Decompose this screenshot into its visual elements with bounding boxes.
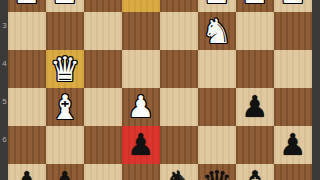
right-edge-strip	[312, 0, 320, 180]
square-d3[interactable]	[160, 12, 198, 50]
white-pawn-piece[interactable]: ♟	[236, 0, 274, 12]
square-b4[interactable]	[236, 50, 274, 88]
square-c3[interactable]: ♞	[198, 12, 236, 50]
rank-label-4: 4	[1, 59, 8, 68]
square-c7[interactable]: ♛	[198, 164, 236, 180]
square-a3[interactable]	[274, 12, 312, 50]
square-f7[interactable]	[84, 164, 122, 180]
square-c5[interactable]	[198, 88, 236, 126]
square-h6[interactable]	[8, 126, 46, 164]
square-e7[interactable]	[122, 164, 160, 180]
square-d6[interactable]	[160, 126, 198, 164]
square-h2[interactable]: ♟	[8, 0, 46, 12]
square-f2[interactable]	[84, 0, 122, 12]
square-g4[interactable]: ♛	[46, 50, 84, 88]
white-pawn-piece[interactable]: ♟	[8, 0, 46, 12]
rank-label-3: 3	[1, 21, 8, 30]
chess-board-view: ♟♟♟♟♟♞♛♝♟♟♟♟♟♟♞♛♝ 3456	[0, 0, 320, 180]
square-h3[interactable]	[8, 12, 46, 50]
square-h7[interactable]: ♟	[8, 164, 46, 180]
square-h5[interactable]	[8, 88, 46, 126]
square-g5[interactable]: ♝	[46, 88, 84, 126]
square-a7[interactable]	[274, 164, 312, 180]
square-d5[interactable]	[160, 88, 198, 126]
square-d2[interactable]	[160, 0, 198, 12]
square-f5[interactable]	[84, 88, 122, 126]
white-pawn-piece[interactable]: ♟	[46, 0, 84, 12]
square-b2[interactable]: ♟	[236, 0, 274, 12]
square-e4[interactable]	[122, 50, 160, 88]
black-bishop-piece[interactable]: ♝	[236, 164, 274, 180]
black-pawn-piece[interactable]: ♟	[122, 126, 160, 164]
square-g6[interactable]	[46, 126, 84, 164]
square-d4[interactable]	[160, 50, 198, 88]
square-c6[interactable]	[198, 126, 236, 164]
square-b5[interactable]: ♟	[236, 88, 274, 126]
square-e6[interactable]: ♟	[122, 126, 160, 164]
square-e5[interactable]: ♟	[122, 88, 160, 126]
square-b6[interactable]	[236, 126, 274, 164]
white-pawn-piece[interactable]: ♟	[274, 0, 312, 12]
square-g2[interactable]: ♟	[46, 0, 84, 12]
square-h4[interactable]	[8, 50, 46, 88]
white-bishop-piece[interactable]: ♝	[46, 88, 84, 126]
board: ♟♟♟♟♟♞♛♝♟♟♟♟♟♟♞♛♝	[8, 0, 312, 180]
black-queen-piece[interactable]: ♛	[198, 164, 236, 180]
rank-label-5: 5	[1, 97, 8, 106]
black-pawn-piece[interactable]: ♟	[8, 164, 46, 180]
square-c4[interactable]	[198, 50, 236, 88]
black-pawn-piece[interactable]: ♟	[274, 126, 312, 164]
square-g3[interactable]	[46, 12, 84, 50]
white-queen-piece[interactable]: ♛	[46, 50, 84, 88]
white-knight-piece[interactable]: ♞	[198, 12, 236, 50]
square-d7[interactable]: ♞	[160, 164, 198, 180]
square-g7[interactable]: ♟	[46, 164, 84, 180]
square-a4[interactable]	[274, 50, 312, 88]
square-a6[interactable]: ♟	[274, 126, 312, 164]
square-f4[interactable]	[84, 50, 122, 88]
rank-label-6: 6	[1, 135, 8, 144]
square-a2[interactable]: ♟	[274, 0, 312, 12]
square-f6[interactable]	[84, 126, 122, 164]
black-knight-piece[interactable]: ♞	[160, 164, 198, 180]
square-b3[interactable]	[236, 12, 274, 50]
square-b7[interactable]: ♝	[236, 164, 274, 180]
square-e3[interactable]	[122, 12, 160, 50]
square-f3[interactable]	[84, 12, 122, 50]
white-pawn-piece[interactable]: ♟	[122, 88, 160, 126]
black-pawn-piece[interactable]: ♟	[236, 88, 274, 126]
black-pawn-piece[interactable]: ♟	[46, 164, 84, 180]
square-a5[interactable]	[274, 88, 312, 126]
square-e2[interactable]	[122, 0, 160, 12]
